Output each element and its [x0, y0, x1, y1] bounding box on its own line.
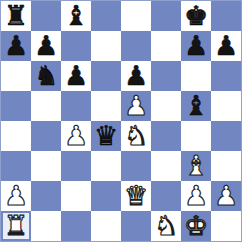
piece-black-rook[interactable]: ♜	[4, 1, 28, 31]
square-a1[interactable]: ♜	[1, 211, 31, 241]
square-d8[interactable]	[91, 1, 121, 31]
square-d1[interactable]	[91, 211, 121, 241]
square-g2[interactable]: ♟	[181, 181, 211, 211]
square-g1[interactable]: ♚	[181, 211, 211, 241]
square-f8[interactable]	[151, 1, 181, 31]
square-h2[interactable]: ♟	[211, 181, 241, 211]
piece-black-pawn[interactable]: ♟	[124, 61, 148, 91]
piece-white-pawn[interactable]: ♟	[4, 181, 28, 211]
square-d6[interactable]	[91, 61, 121, 91]
piece-white-king[interactable]: ♚	[184, 211, 208, 241]
square-e4[interactable]: ♞	[121, 121, 151, 151]
piece-white-pawn[interactable]: ♟	[184, 181, 208, 211]
square-b8[interactable]	[31, 1, 61, 31]
square-d3[interactable]	[91, 151, 121, 181]
piece-black-king[interactable]: ♚	[184, 1, 208, 31]
square-d4[interactable]: ♛	[91, 121, 121, 151]
piece-black-pawn[interactable]: ♟	[34, 31, 58, 61]
square-f1[interactable]: ♞	[151, 211, 181, 241]
square-g7[interactable]: ♟	[181, 31, 211, 61]
square-g8[interactable]: ♚	[181, 1, 211, 31]
square-c1[interactable]	[61, 211, 91, 241]
square-f4[interactable]	[151, 121, 181, 151]
square-b4[interactable]	[31, 121, 61, 151]
piece-white-pawn[interactable]: ♟	[124, 91, 148, 121]
square-d2[interactable]	[91, 181, 121, 211]
square-e2[interactable]: ♛	[121, 181, 151, 211]
square-h4[interactable]	[211, 121, 241, 151]
piece-black-bishop[interactable]: ♝	[64, 1, 88, 31]
square-e6[interactable]: ♟	[121, 61, 151, 91]
square-e3[interactable]	[121, 151, 151, 181]
piece-white-knight[interactable]: ♞	[154, 211, 178, 241]
square-c3[interactable]	[61, 151, 91, 181]
square-b7[interactable]: ♟	[31, 31, 61, 61]
square-a8[interactable]: ♜	[1, 1, 31, 31]
square-f2[interactable]	[151, 181, 181, 211]
square-e8[interactable]	[121, 1, 151, 31]
square-c7[interactable]	[61, 31, 91, 61]
square-b5[interactable]	[31, 91, 61, 121]
piece-black-knight[interactable]: ♞	[34, 61, 58, 91]
square-g5[interactable]: ♝	[181, 91, 211, 121]
piece-black-bishop[interactable]: ♝	[184, 91, 208, 121]
square-a7[interactable]: ♟	[1, 31, 31, 61]
piece-white-knight[interactable]: ♞	[124, 121, 148, 151]
square-b3[interactable]	[31, 151, 61, 181]
piece-white-rook[interactable]: ♜	[4, 211, 28, 241]
square-c5[interactable]	[61, 91, 91, 121]
square-h5[interactable]	[211, 91, 241, 121]
square-e7[interactable]	[121, 31, 151, 61]
square-d5[interactable]	[91, 91, 121, 121]
square-f6[interactable]	[151, 61, 181, 91]
square-f5[interactable]	[151, 91, 181, 121]
square-c2[interactable]	[61, 181, 91, 211]
piece-white-pawn[interactable]: ♟	[64, 121, 88, 151]
square-d7[interactable]	[91, 31, 121, 61]
piece-black-pawn[interactable]: ♟	[184, 31, 208, 61]
square-f7[interactable]	[151, 31, 181, 61]
square-a4[interactable]	[1, 121, 31, 151]
square-h8[interactable]	[211, 1, 241, 31]
square-h3[interactable]	[211, 151, 241, 181]
piece-white-queen[interactable]: ♛	[124, 181, 148, 211]
square-h7[interactable]: ♟	[211, 31, 241, 61]
piece-black-pawn[interactable]: ♟	[4, 31, 28, 61]
square-g3[interactable]: ♝	[181, 151, 211, 181]
piece-black-queen[interactable]: ♛	[94, 121, 118, 151]
square-c4[interactable]: ♟	[61, 121, 91, 151]
square-c6[interactable]: ♟	[61, 61, 91, 91]
square-c8[interactable]: ♝	[61, 1, 91, 31]
square-a6[interactable]	[1, 61, 31, 91]
chess-board: ♜♝♚♟♟♟♟♞♟♟♟♝♟♛♞♝♟♛♟♟♜♞♚	[0, 0, 242, 242]
piece-black-pawn[interactable]: ♟	[64, 61, 88, 91]
square-h6[interactable]	[211, 61, 241, 91]
square-b1[interactable]	[31, 211, 61, 241]
square-a3[interactable]	[1, 151, 31, 181]
square-e5[interactable]: ♟	[121, 91, 151, 121]
square-h1[interactable]	[211, 211, 241, 241]
square-a2[interactable]: ♟	[1, 181, 31, 211]
square-a5[interactable]	[1, 91, 31, 121]
piece-white-bishop[interactable]: ♝	[184, 151, 208, 181]
square-e1[interactable]	[121, 211, 151, 241]
square-g4[interactable]	[181, 121, 211, 151]
piece-white-pawn[interactable]: ♟	[214, 181, 238, 211]
square-b6[interactable]: ♞	[31, 61, 61, 91]
square-b2[interactable]	[31, 181, 61, 211]
square-f3[interactable]	[151, 151, 181, 181]
square-g6[interactable]	[181, 61, 211, 91]
piece-black-pawn[interactable]: ♟	[214, 31, 238, 61]
